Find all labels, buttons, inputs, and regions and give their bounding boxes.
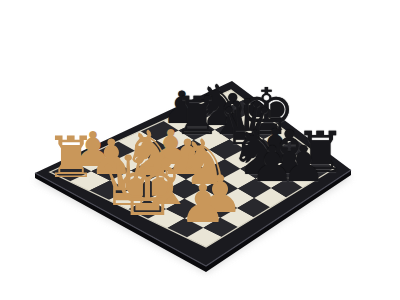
chess-set-product-photo: ♞♟♚♝♜♛♟♟♟♜♝♞♟♞♟♜♟♟♞♝♛♟♚♟ <box>0 0 400 300</box>
board-svg <box>0 0 400 300</box>
